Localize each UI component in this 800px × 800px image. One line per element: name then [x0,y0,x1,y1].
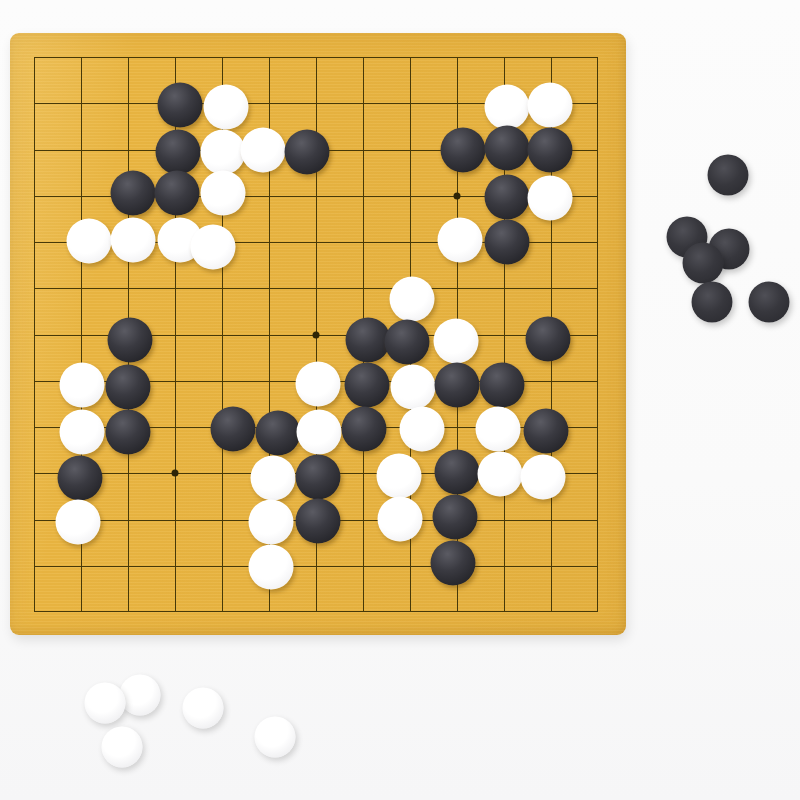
loose-white-stone [183,688,224,729]
black-stone [156,129,201,174]
white-stone [391,364,436,409]
white-stone [476,407,521,452]
black-stone [441,127,486,172]
white-stone [249,544,294,589]
black-stone [485,174,530,219]
white-stone [400,407,445,452]
grid-cell[interactable] [175,335,222,381]
black-stone [480,362,525,407]
black-stone [111,170,156,215]
white-stone [434,318,479,363]
black-stone [485,125,530,170]
black-stone [433,494,478,539]
white-stone [378,496,423,541]
black-stone [431,540,476,585]
grid-cell[interactable] [34,103,81,149]
black-stone [526,316,571,361]
grid-cell[interactable] [222,335,269,381]
black-stone [211,407,256,452]
grid-cell[interactable] [128,520,175,566]
white-stone [191,225,236,270]
star-point [313,331,320,338]
white-stone [249,499,294,544]
black-stone [435,362,480,407]
white-stone [60,362,105,407]
black-stone [296,455,341,500]
grid-cell[interactable] [175,566,222,612]
grid-cell[interactable] [504,520,551,566]
loose-black-stone [692,282,733,323]
black-stone [58,456,103,501]
black-stone [345,362,390,407]
white-stone [251,456,296,501]
go-board[interactable] [10,33,626,635]
grid-cell[interactable] [81,103,128,149]
black-stone [528,127,573,172]
black-stone [158,83,203,128]
black-stone [524,409,569,454]
grid-cell[interactable] [316,242,363,288]
black-stone [108,317,153,362]
go-game-photo [0,0,800,800]
grid-cell[interactable] [175,288,222,334]
grid-cell[interactable] [34,57,81,103]
grid-cell[interactable] [551,566,598,612]
grid-cell[interactable] [175,520,222,566]
grid-cell[interactable] [363,196,410,242]
loose-black-stone [683,243,724,284]
star-point [172,470,179,477]
grid-cell[interactable] [363,150,410,196]
loose-black-stone [708,155,749,196]
grid-cell[interactable] [34,150,81,196]
white-stone [485,85,530,130]
black-stone [435,450,480,495]
grid-cell[interactable] [551,520,598,566]
loose-white-stone [102,727,143,768]
grid-cell[interactable] [363,57,410,103]
white-stone [204,85,249,130]
grid-cell[interactable] [81,566,128,612]
grid-cell[interactable] [128,566,175,612]
grid-cell[interactable] [128,473,175,519]
star-point [454,192,461,199]
grid-cell[interactable] [269,242,316,288]
loose-white-stone [120,675,161,716]
white-stone [438,218,483,263]
grid-cell[interactable] [34,566,81,612]
white-stone [67,219,112,264]
white-stone [528,83,573,128]
grid-cell[interactable] [34,288,81,334]
black-stone [155,170,200,215]
grid-cell[interactable] [551,242,598,288]
loose-black-stone [749,282,790,323]
black-stone [106,410,151,455]
white-stone [296,361,341,406]
grid-cell[interactable] [410,57,457,103]
white-stone [201,129,246,174]
black-stone [385,319,430,364]
white-stone [528,175,573,220]
loose-white-stone [85,683,126,724]
white-stone [56,499,101,544]
black-stone [256,411,301,456]
white-stone [201,170,246,215]
white-stone [111,218,156,263]
grid-cell[interactable] [269,196,316,242]
black-stone [296,498,341,543]
grid-cell[interactable] [316,196,363,242]
grid-cell[interactable] [504,566,551,612]
grid-cell[interactable] [81,57,128,103]
grid-cell[interactable] [269,57,316,103]
white-stone [521,455,566,500]
white-stone [390,277,435,322]
white-stone [478,452,523,497]
white-stone [60,410,105,455]
grid-cell[interactable] [316,57,363,103]
white-stone [377,454,422,499]
white-stone [297,410,342,455]
loose-white-stone [255,717,296,758]
black-stone [342,407,387,452]
grid-cell[interactable] [175,473,222,519]
white-stone [241,127,286,172]
grid-cell[interactable] [269,288,316,334]
black-stone [106,364,151,409]
black-stone [285,129,330,174]
black-stone [485,220,530,265]
grid-cell[interactable] [316,566,363,612]
grid-cell[interactable] [363,566,410,612]
grid-cell[interactable] [363,103,410,149]
grid-cell[interactable] [222,288,269,334]
